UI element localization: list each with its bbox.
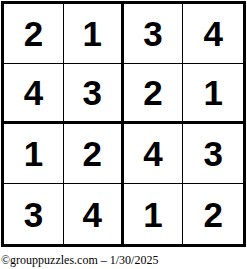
cell-r1c2: 1 — [64, 4, 124, 64]
puzzle-page: 2134432112433412 ©grouppuzzles.com – 1/3… — [0, 0, 247, 269]
cell-r4c1: 3 — [4, 184, 64, 244]
copyright-credit: ©grouppuzzles.com – 1/30/2025 — [1, 253, 158, 267]
cell-r1c1: 2 — [4, 4, 64, 64]
cell-r3c2: 2 — [64, 124, 124, 184]
cell-r2c3: 2 — [124, 64, 184, 124]
cell-r4c4: 2 — [183, 184, 243, 244]
cell-r1c4: 4 — [183, 4, 243, 64]
sudoku-board: 2134432112433412 — [1, 1, 246, 247]
cell-r1c3: 3 — [124, 4, 184, 64]
cell-r3c3: 4 — [124, 124, 184, 184]
cell-r3c1: 1 — [4, 124, 64, 184]
cell-r4c2: 4 — [64, 184, 124, 244]
cell-r2c4: 1 — [183, 64, 243, 124]
cell-r3c4: 3 — [183, 124, 243, 184]
cell-r4c3: 1 — [124, 184, 184, 244]
cell-r2c1: 4 — [4, 64, 64, 124]
cell-r2c2: 3 — [64, 64, 124, 124]
